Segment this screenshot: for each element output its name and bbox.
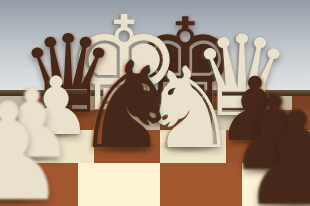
pieces-layer: ♛♚♚♛♞♞♟♟♟♟♟♟: [0, 0, 310, 206]
chess-photo: ♛♚♚♛♞♞♟♟♟♟♟♟: [0, 0, 310, 206]
white-pawn-c: ♟: [0, 85, 69, 206]
black-knight: ♞: [73, 46, 181, 166]
black-pawn-c: ♟: [239, 94, 310, 206]
